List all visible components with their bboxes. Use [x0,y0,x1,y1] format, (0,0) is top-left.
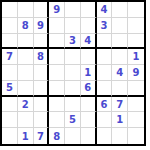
cell-r6c1[interactable]: 5 [2,81,18,97]
cell-r7c1[interactable] [2,97,18,113]
cell-r8c5[interactable]: 5 [65,112,81,128]
cell-r3c8[interactable] [112,34,128,50]
given-digit: 1 [133,51,140,62]
cell-r2c9[interactable] [128,18,144,34]
cell-r8c8[interactable]: 1 [112,112,128,128]
cell-r3c3[interactable] [34,34,50,50]
cell-r4c9[interactable]: 1 [128,49,144,65]
cell-r2c3[interactable]: 9 [34,18,50,34]
given-digit: 3 [101,20,108,31]
cell-r2c7[interactable]: 3 [97,18,113,34]
cell-r5c2[interactable] [18,65,34,81]
cell-r2c2[interactable]: 8 [18,18,34,34]
cell-r7c4[interactable] [49,97,65,113]
cell-r9c7[interactable] [97,128,113,144]
cell-r4c8[interactable] [112,49,128,65]
cell-r4c5[interactable] [65,49,81,65]
cell-r8c6[interactable] [81,112,97,128]
cell-r6c8[interactable] [112,81,128,97]
given-digit: 2 [22,99,29,110]
cell-r6c7[interactable] [97,81,113,97]
given-digit: 1 [84,67,91,78]
cell-r9c1[interactable] [2,128,18,144]
cell-r7c9[interactable] [128,97,144,113]
given-digit: 4 [101,4,108,15]
cell-r1c3[interactable] [34,2,50,18]
given-digit: 4 [116,67,123,78]
cell-r9c9[interactable] [128,128,144,144]
cell-r1c5[interactable] [65,2,81,18]
cell-r5c3[interactable] [34,65,50,81]
sudoku-board: 94893347811495626751178 [0,0,146,146]
cell-r3c2[interactable] [18,34,34,50]
given-digit: 1 [116,114,123,125]
given-digit: 7 [37,131,44,142]
given-digit: 1 [22,131,29,142]
cell-r8c3[interactable] [34,112,50,128]
cell-r5c7[interactable] [97,65,113,81]
cell-r7c8[interactable]: 7 [112,97,128,113]
given-digit: 9 [37,20,44,31]
cell-r5c5[interactable] [65,65,81,81]
given-digit: 8 [53,131,60,142]
cell-r2c4[interactable] [49,18,65,34]
given-digit: 8 [37,51,44,62]
cell-r1c4[interactable]: 9 [49,2,65,18]
cell-r8c9[interactable] [128,112,144,128]
cell-r6c5[interactable] [65,81,81,97]
cell-r4c2[interactable] [18,49,34,65]
given-digit: 8 [22,20,29,31]
cell-r3c5[interactable]: 3 [65,34,81,50]
cell-r1c2[interactable] [18,2,34,18]
cell-r3c6[interactable]: 4 [81,34,97,50]
given-digit: 7 [116,99,123,110]
cell-r3c7[interactable] [97,34,113,50]
cell-r8c2[interactable] [18,112,34,128]
cell-r5c4[interactable] [49,65,65,81]
cell-r7c3[interactable] [34,97,50,113]
cell-r4c1[interactable]: 7 [2,49,18,65]
cell-r1c6[interactable] [81,2,97,18]
cell-r7c2[interactable]: 2 [18,97,34,113]
cell-r4c3[interactable]: 8 [34,49,50,65]
cell-r3c9[interactable] [128,34,144,50]
cell-r5c1[interactable] [2,65,18,81]
cell-r5c9[interactable]: 9 [128,65,144,81]
given-digit: 6 [84,82,91,93]
cell-r4c4[interactable] [49,49,65,65]
given-digit: 9 [133,67,140,78]
cell-r6c3[interactable] [34,81,50,97]
cell-r9c5[interactable] [65,128,81,144]
cell-r6c4[interactable] [49,81,65,97]
cell-r5c6[interactable]: 1 [81,65,97,81]
cell-r8c7[interactable] [97,112,113,128]
given-digit: 6 [101,99,108,110]
cell-r2c6[interactable] [81,18,97,34]
cell-r8c4[interactable] [49,112,65,128]
cell-r9c8[interactable] [112,128,128,144]
cell-r7c5[interactable] [65,97,81,113]
cell-r7c7[interactable]: 6 [97,97,113,113]
cell-r9c3[interactable]: 7 [34,128,50,144]
cell-r8c1[interactable] [2,112,18,128]
cell-r1c1[interactable] [2,2,18,18]
cell-r2c8[interactable] [112,18,128,34]
cell-r6c9[interactable] [128,81,144,97]
cell-r9c4[interactable]: 8 [49,128,65,144]
cell-r9c2[interactable]: 1 [18,128,34,144]
cell-r1c9[interactable] [128,2,144,18]
cell-r2c1[interactable] [2,18,18,34]
cell-r4c7[interactable] [97,49,113,65]
cell-r4c6[interactable] [81,49,97,65]
given-digit: 3 [69,35,76,46]
given-digit: 5 [69,114,76,125]
given-digit: 5 [6,82,13,93]
cell-r2c5[interactable] [65,18,81,34]
cell-r7c6[interactable] [81,97,97,113]
cell-r1c7[interactable]: 4 [97,2,113,18]
cell-r1c8[interactable] [112,2,128,18]
given-digit: 7 [6,51,13,62]
cell-r9c6[interactable] [81,128,97,144]
cell-r3c4[interactable] [49,34,65,50]
cell-r6c6[interactable]: 6 [81,81,97,97]
cell-r5c8[interactable]: 4 [112,65,128,81]
given-digit: 4 [84,35,91,46]
cell-r3c1[interactable] [2,34,18,50]
given-digit: 9 [53,4,60,15]
cell-r6c2[interactable] [18,81,34,97]
